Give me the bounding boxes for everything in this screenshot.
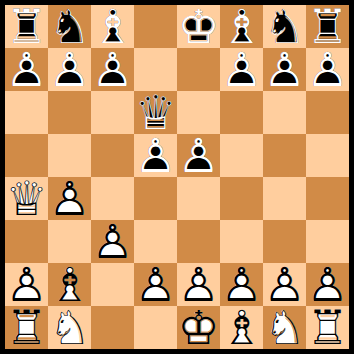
piece-fill-layer: ♝ [48, 263, 91, 306]
piece-white-rook: ♜♖ [306, 306, 349, 349]
piece-line-layer: ♙ [306, 263, 349, 306]
piece-fill-layer: ♞ [263, 306, 306, 349]
square-h1[interactable]: ♜♖ [306, 306, 349, 349]
piece-white-pawn: ♟♙ [220, 263, 263, 306]
piece-black-pawn: ♟♙ [263, 48, 306, 91]
piece-fill-layer: ♞ [48, 306, 91, 349]
square-d8[interactable] [134, 5, 177, 48]
piece-fill-layer: ♛ [134, 91, 177, 134]
piece-fill-layer: ♟ [220, 48, 263, 91]
piece-black-bishop: ♝♗ [220, 5, 263, 48]
piece-white-knight: ♞♘ [263, 306, 306, 349]
square-h6[interactable] [306, 91, 349, 134]
piece-white-knight: ♞♘ [48, 306, 91, 349]
piece-fill-layer: ♟ [5, 263, 48, 306]
piece-fill-layer: ♚ [177, 5, 220, 48]
square-e7[interactable] [177, 48, 220, 91]
square-d4[interactable] [134, 177, 177, 220]
piece-fill-layer: ♜ [5, 5, 48, 48]
square-c3[interactable]: ♟♙ [91, 220, 134, 263]
square-b4[interactable]: ♟♙ [48, 177, 91, 220]
piece-line-layer: ♖ [5, 306, 48, 349]
square-a7[interactable]: ♟♙ [5, 48, 48, 91]
square-c7[interactable]: ♟♙ [91, 48, 134, 91]
square-c8[interactable]: ♝♗ [91, 5, 134, 48]
square-b5[interactable] [48, 134, 91, 177]
piece-line-layer: ♖ [306, 306, 349, 349]
piece-black-pawn: ♟♙ [5, 48, 48, 91]
piece-line-layer: ♖ [306, 5, 349, 48]
piece-fill-layer: ♝ [91, 5, 134, 48]
piece-white-pawn: ♟♙ [177, 263, 220, 306]
square-a1[interactable]: ♜♖ [5, 306, 48, 349]
piece-black-king: ♚♔ [177, 5, 220, 48]
piece-line-layer: ♗ [220, 306, 263, 349]
piece-black-pawn: ♟♙ [48, 48, 91, 91]
piece-line-layer: ♙ [48, 48, 91, 91]
piece-line-layer: ♕ [134, 91, 177, 134]
square-f4[interactable] [220, 177, 263, 220]
piece-fill-layer: ♞ [48, 5, 91, 48]
square-e1[interactable]: ♚♔ [177, 306, 220, 349]
square-d6[interactable]: ♛♕ [134, 91, 177, 134]
piece-fill-layer: ♟ [177, 134, 220, 177]
square-c2[interactable] [91, 263, 134, 306]
square-f5[interactable] [220, 134, 263, 177]
piece-black-rook: ♜♖ [5, 5, 48, 48]
piece-line-layer: ♗ [91, 5, 134, 48]
piece-fill-layer: ♚ [177, 306, 220, 349]
piece-line-layer: ♙ [5, 263, 48, 306]
piece-line-layer: ♙ [91, 48, 134, 91]
square-b2[interactable]: ♝♗ [48, 263, 91, 306]
square-d1[interactable] [134, 306, 177, 349]
square-d7[interactable] [134, 48, 177, 91]
square-h2[interactable]: ♟♙ [306, 263, 349, 306]
piece-line-layer: ♙ [134, 263, 177, 306]
square-b3[interactable] [48, 220, 91, 263]
square-f8[interactable]: ♝♗ [220, 5, 263, 48]
piece-line-layer: ♘ [263, 306, 306, 349]
piece-black-pawn: ♟♙ [177, 134, 220, 177]
piece-white-queen: ♛♕ [5, 177, 48, 220]
piece-fill-layer: ♟ [263, 263, 306, 306]
piece-fill-layer: ♟ [91, 220, 134, 263]
square-h8[interactable]: ♜♖ [306, 5, 349, 48]
square-f6[interactable] [220, 91, 263, 134]
piece-fill-layer: ♟ [134, 134, 177, 177]
piece-black-knight: ♞♘ [48, 5, 91, 48]
piece-fill-layer: ♟ [177, 263, 220, 306]
piece-fill-layer: ♟ [263, 48, 306, 91]
square-b7[interactable]: ♟♙ [48, 48, 91, 91]
square-e8[interactable]: ♚♔ [177, 5, 220, 48]
piece-line-layer: ♙ [263, 263, 306, 306]
piece-black-pawn: ♟♙ [306, 48, 349, 91]
piece-white-king: ♚♔ [177, 306, 220, 349]
square-g5[interactable] [263, 134, 306, 177]
piece-fill-layer: ♜ [5, 306, 48, 349]
piece-black-knight: ♞♘ [263, 5, 306, 48]
piece-fill-layer: ♟ [220, 263, 263, 306]
square-d2[interactable]: ♟♙ [134, 263, 177, 306]
piece-fill-layer: ♟ [134, 263, 177, 306]
piece-fill-layer: ♟ [48, 48, 91, 91]
piece-line-layer: ♙ [220, 263, 263, 306]
piece-line-layer: ♗ [220, 5, 263, 48]
square-a3[interactable] [5, 220, 48, 263]
piece-line-layer: ♙ [177, 134, 220, 177]
piece-fill-layer: ♜ [306, 5, 349, 48]
piece-white-pawn: ♟♙ [91, 220, 134, 263]
square-c4[interactable] [91, 177, 134, 220]
piece-white-pawn: ♟♙ [306, 263, 349, 306]
piece-fill-layer: ♟ [91, 48, 134, 91]
piece-line-layer: ♘ [48, 306, 91, 349]
square-h5[interactable] [306, 134, 349, 177]
piece-line-layer: ♙ [48, 177, 91, 220]
piece-line-layer: ♘ [263, 5, 306, 48]
piece-line-layer: ♔ [177, 5, 220, 48]
square-e2[interactable]: ♟♙ [177, 263, 220, 306]
piece-black-rook: ♜♖ [306, 5, 349, 48]
piece-line-layer: ♕ [5, 177, 48, 220]
piece-white-rook: ♜♖ [5, 306, 48, 349]
square-d5[interactable]: ♟♙ [134, 134, 177, 177]
square-h3[interactable] [306, 220, 349, 263]
piece-white-pawn: ♟♙ [48, 177, 91, 220]
square-f3[interactable] [220, 220, 263, 263]
square-c1[interactable] [91, 306, 134, 349]
square-f1[interactable]: ♝♗ [220, 306, 263, 349]
piece-fill-layer: ♟ [306, 263, 349, 306]
square-a8[interactable]: ♜♖ [5, 5, 48, 48]
piece-line-layer: ♖ [5, 5, 48, 48]
square-b1[interactable]: ♞♘ [48, 306, 91, 349]
piece-white-bishop: ♝♗ [48, 263, 91, 306]
piece-line-layer: ♙ [5, 48, 48, 91]
square-h4[interactable] [306, 177, 349, 220]
square-a4[interactable]: ♛♕ [5, 177, 48, 220]
square-e3[interactable] [177, 220, 220, 263]
square-c5[interactable] [91, 134, 134, 177]
piece-fill-layer: ♟ [306, 48, 349, 91]
piece-fill-layer: ♟ [48, 177, 91, 220]
square-a5[interactable] [5, 134, 48, 177]
square-g3[interactable] [263, 220, 306, 263]
piece-fill-layer: ♞ [263, 5, 306, 48]
square-g1[interactable]: ♞♘ [263, 306, 306, 349]
piece-white-bishop: ♝♗ [220, 306, 263, 349]
square-g8[interactable]: ♞♘ [263, 5, 306, 48]
square-g2[interactable]: ♟♙ [263, 263, 306, 306]
piece-white-pawn: ♟♙ [263, 263, 306, 306]
piece-line-layer: ♙ [177, 263, 220, 306]
piece-line-layer: ♙ [263, 48, 306, 91]
square-g7[interactable]: ♟♙ [263, 48, 306, 91]
square-f7[interactable]: ♟♙ [220, 48, 263, 91]
piece-line-layer: ♙ [134, 134, 177, 177]
piece-black-pawn: ♟♙ [220, 48, 263, 91]
piece-fill-layer: ♝ [220, 306, 263, 349]
piece-line-layer: ♘ [48, 5, 91, 48]
square-e5[interactable]: ♟♙ [177, 134, 220, 177]
piece-black-pawn: ♟♙ [134, 134, 177, 177]
piece-fill-layer: ♝ [220, 5, 263, 48]
square-f2[interactable]: ♟♙ [220, 263, 263, 306]
piece-line-layer: ♗ [48, 263, 91, 306]
square-e6[interactable] [177, 91, 220, 134]
piece-line-layer: ♙ [91, 220, 134, 263]
piece-fill-layer: ♟ [5, 48, 48, 91]
square-g6[interactable] [263, 91, 306, 134]
piece-black-bishop: ♝♗ [91, 5, 134, 48]
piece-white-pawn: ♟♙ [5, 263, 48, 306]
piece-black-pawn: ♟♙ [91, 48, 134, 91]
square-d3[interactable] [134, 220, 177, 263]
piece-line-layer: ♙ [306, 48, 349, 91]
piece-line-layer: ♔ [177, 306, 220, 349]
square-e4[interactable] [177, 177, 220, 220]
square-c6[interactable] [91, 91, 134, 134]
square-g4[interactable] [263, 177, 306, 220]
piece-fill-layer: ♛ [5, 177, 48, 220]
square-h7[interactable]: ♟♙ [306, 48, 349, 91]
square-b8[interactable]: ♞♘ [48, 5, 91, 48]
piece-black-queen: ♛♕ [134, 91, 177, 134]
piece-line-layer: ♙ [220, 48, 263, 91]
square-b6[interactable] [48, 91, 91, 134]
piece-fill-layer: ♜ [306, 306, 349, 349]
square-a6[interactable] [5, 91, 48, 134]
piece-white-pawn: ♟♙ [134, 263, 177, 306]
square-a2[interactable]: ♟♙ [5, 263, 48, 306]
chess-board: ♜♖♞♘♝♗♚♔♝♗♞♘♜♖♟♙♟♙♟♙♟♙♟♙♟♙♛♕♟♙♟♙♛♕♟♙♟♙♟♙… [0, 0, 354, 354]
